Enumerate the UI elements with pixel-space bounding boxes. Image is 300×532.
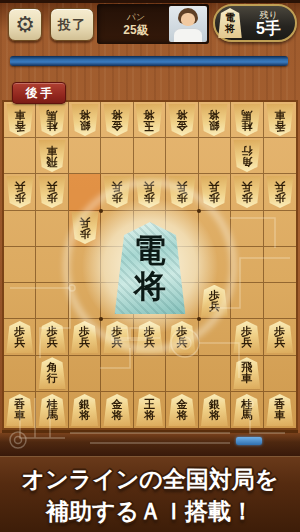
board-cell[interactable]	[101, 356, 133, 392]
remaining-label: 残り	[242, 10, 295, 20]
promo-banner: オンラインの全国対局を 補助するＡＩ搭載！	[0, 456, 300, 532]
shogi-piece[interactable]: 銀将	[200, 394, 228, 426]
board-cell[interactable]	[69, 283, 101, 319]
shogi-piece[interactable]: 歩兵	[38, 321, 66, 353]
board-cell[interactable]: 香車	[264, 102, 296, 138]
board-cell[interactable]: 歩兵	[231, 174, 263, 210]
shogi-piece[interactable]: 金将	[103, 104, 131, 136]
shogi-piece[interactable]: 香車	[266, 394, 294, 426]
board-cell[interactable]	[69, 247, 101, 283]
board-cell[interactable]: 香車	[4, 392, 36, 428]
board-cell[interactable]	[69, 356, 101, 392]
shogi-piece[interactable]: 歩兵	[168, 321, 196, 353]
board-cell[interactable]: 歩兵	[4, 174, 36, 210]
shogi-piece[interactable]: 香車	[266, 104, 294, 136]
promo-line-2: 補助するＡＩ搭載！	[46, 495, 254, 527]
board-cell[interactable]: 香車	[264, 392, 296, 428]
board-cell[interactable]: 歩兵	[134, 174, 166, 210]
board-cell[interactable]	[36, 247, 68, 283]
board-cell[interactable]: 歩兵	[69, 319, 101, 355]
board-cell[interactable]	[264, 138, 296, 174]
shogi-piece[interactable]: 歩兵	[6, 321, 34, 353]
board-cell[interactable]: 銀将	[199, 102, 231, 138]
board-cell[interactable]	[36, 211, 68, 247]
board-cell[interactable]: 金将	[101, 102, 133, 138]
board-cell[interactable]: 角行	[231, 138, 263, 174]
promo-line-1: オンラインの全国対局を	[22, 463, 279, 495]
shogi-piece[interactable]: 香車	[6, 104, 34, 136]
opponent-panel: パン 25級	[97, 4, 209, 44]
board-cell[interactable]: 香車	[4, 102, 36, 138]
shogi-piece[interactable]: 金将	[168, 104, 196, 136]
board-cell[interactable]	[4, 138, 36, 174]
shogi-piece[interactable]: 歩兵	[71, 212, 99, 244]
board-cell[interactable]	[231, 283, 263, 319]
opponent-rank: 25級	[103, 23, 169, 37]
board-cell[interactable]: 歩兵	[36, 174, 68, 210]
board-cell[interactable]	[199, 356, 231, 392]
board-cell[interactable]	[134, 138, 166, 174]
shogi-piece[interactable]: 金将	[103, 394, 131, 426]
shogi-piece[interactable]: 歩兵	[6, 176, 34, 208]
shogi-piece[interactable]: 角行	[233, 140, 261, 172]
shogi-piece[interactable]: 歩兵	[38, 176, 66, 208]
shogi-piece[interactable]: 銀将	[71, 394, 99, 426]
shogi-piece[interactable]: 王将	[135, 394, 163, 426]
board-cell[interactable]: 歩兵	[231, 319, 263, 355]
board-cell[interactable]: 飛車	[36, 138, 68, 174]
board-cell[interactable]	[264, 211, 296, 247]
board-cell[interactable]	[69, 138, 101, 174]
board-cell[interactable]	[166, 138, 198, 174]
resign-button[interactable]: 投了	[50, 8, 94, 41]
board-cell[interactable]: 角行	[36, 356, 68, 392]
shogi-piece[interactable]: 銀将	[200, 104, 228, 136]
shogi-piece[interactable]: 歩兵	[135, 176, 163, 208]
board-cell[interactable]: 桂馬	[36, 392, 68, 428]
shogi-piece[interactable]: 飛車	[38, 140, 66, 172]
avatar-shirt	[174, 28, 202, 42]
board-cell[interactable]: 歩兵	[166, 319, 198, 355]
board-cell[interactable]: 銀将	[69, 102, 101, 138]
board-cell[interactable]	[231, 247, 263, 283]
shogi-piece[interactable]: 桂馬	[38, 104, 66, 136]
board-cell[interactable]	[69, 174, 101, 210]
shogi-piece[interactable]: 歩兵	[200, 176, 228, 208]
board-cell[interactable]: 歩兵	[69, 211, 101, 247]
board-cell[interactable]: 歩兵	[264, 319, 296, 355]
shogi-piece[interactable]: 桂馬	[233, 394, 261, 426]
board-cell[interactable]: 歩兵	[199, 174, 231, 210]
board-cell[interactable]: 歩兵	[166, 174, 198, 210]
board-cell[interactable]	[264, 247, 296, 283]
shogi-piece[interactable]: 歩兵	[71, 321, 99, 353]
board-cell[interactable]: 王将	[134, 392, 166, 428]
board-cell[interactable]: 歩兵	[264, 174, 296, 210]
board-cell[interactable]	[231, 211, 263, 247]
board-cell[interactable]	[36, 283, 68, 319]
board-cell[interactable]: 桂馬	[36, 102, 68, 138]
shogi-piece[interactable]: 歩兵	[168, 176, 196, 208]
ai-moves-remaining-badge[interactable]: 電将 残り 5手	[213, 4, 297, 42]
board-cell[interactable]	[199, 247, 231, 283]
board-cell[interactable]: 歩兵	[101, 174, 133, 210]
board-cell[interactable]: 金将	[166, 392, 198, 428]
shogi-piece[interactable]: 歩兵	[233, 176, 261, 208]
shogi-piece[interactable]: 桂馬	[233, 104, 261, 136]
board-cell[interactable]: 飛車	[231, 356, 263, 392]
shogi-app-screen: ⚙ 投了 パン 25級 電将 残り 5手 後手 香車桂馬銀将金将玉将金将銀将桂馬…	[0, 0, 300, 532]
gear-icon: ⚙	[15, 12, 35, 38]
hoshi-dot	[197, 209, 201, 213]
board-cell[interactable]: 歩兵	[199, 283, 231, 319]
board-cell[interactable]	[199, 138, 231, 174]
shogi-piece[interactable]: 歩兵	[233, 321, 261, 353]
shogi-piece[interactable]: 玉将	[135, 104, 163, 136]
board-cell[interactable]: 桂馬	[231, 102, 263, 138]
ai-piece-icon: 電将	[218, 8, 242, 38]
board-cell[interactable]: 桂馬	[231, 392, 263, 428]
board-cell[interactable]	[134, 356, 166, 392]
gote-label: 後手	[12, 82, 66, 104]
remaining-value: 5手	[242, 20, 295, 37]
shogi-piece[interactable]: 香車	[6, 394, 34, 426]
board-cell[interactable]: 金将	[101, 392, 133, 428]
board-cell[interactable]: 歩兵	[101, 319, 133, 355]
shogi-piece[interactable]: 歩兵	[135, 321, 163, 353]
banner-edge-bar	[10, 56, 288, 66]
shogi-piece[interactable]: 飛車	[233, 357, 261, 389]
shogi-piece[interactable]: 歩兵	[266, 321, 294, 353]
board-cell[interactable]: 金将	[166, 102, 198, 138]
board-cell[interactable]	[4, 211, 36, 247]
shogi-piece[interactable]: 金将	[168, 394, 196, 426]
board-cell[interactable]: 歩兵	[134, 319, 166, 355]
board-cell[interactable]: 玉将	[134, 102, 166, 138]
shogi-piece[interactable]: 歩兵	[103, 321, 131, 353]
settings-button[interactable]: ⚙	[8, 8, 42, 41]
board-cell[interactable]	[101, 138, 133, 174]
board-cell[interactable]: 銀将	[69, 392, 101, 428]
shogi-piece[interactable]: 桂馬	[38, 394, 66, 426]
opponent-name: パン	[103, 12, 169, 23]
shogi-piece[interactable]: 歩兵	[266, 176, 294, 208]
board-cell[interactable]	[199, 211, 231, 247]
circuit-chip-highlight	[236, 437, 262, 445]
board-cell[interactable]: 銀将	[199, 392, 231, 428]
board-cell[interactable]	[199, 319, 231, 355]
denshou-logo-piece: 電将	[114, 222, 186, 314]
board-cell[interactable]	[264, 283, 296, 319]
shogi-piece[interactable]: 角行	[38, 357, 66, 389]
shogi-piece[interactable]: 歩兵	[200, 285, 228, 317]
board-cell[interactable]	[4, 283, 36, 319]
board-cell[interactable]	[4, 247, 36, 283]
resign-label: 投了	[58, 16, 86, 34]
avatar-face	[181, 13, 195, 26]
shogi-piece[interactable]: 歩兵	[103, 176, 131, 208]
opponent-avatar	[169, 6, 207, 42]
board-cell[interactable]	[4, 356, 36, 392]
board-cell[interactable]: 歩兵	[4, 319, 36, 355]
board-cell[interactable]	[166, 356, 198, 392]
board-cell[interactable]: 歩兵	[36, 319, 68, 355]
board-cell[interactable]	[264, 356, 296, 392]
shogi-piece[interactable]: 銀将	[71, 104, 99, 136]
